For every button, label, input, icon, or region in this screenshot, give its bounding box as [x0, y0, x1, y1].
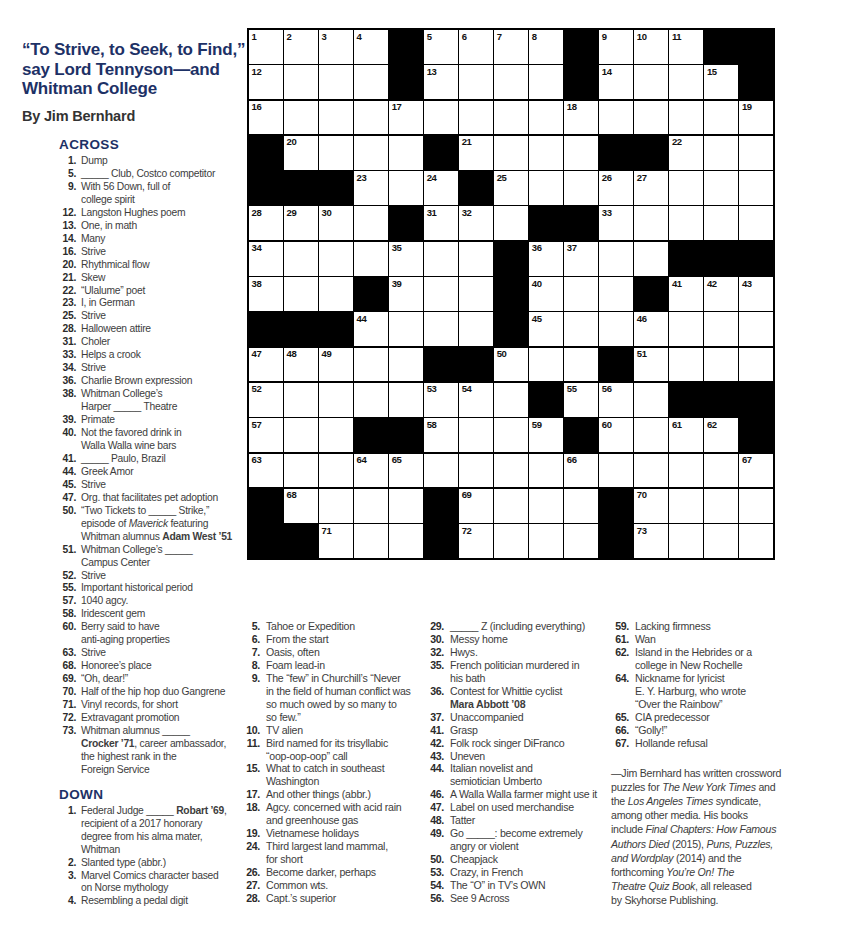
grid-cell[interactable]	[669, 206, 703, 240]
clue-text: Strive	[81, 570, 106, 583]
grid-cell[interactable]	[634, 206, 668, 240]
grid-cell[interactable]: 72	[459, 524, 493, 558]
grid-cell[interactable]: 61	[669, 418, 703, 452]
clue-number: 36.	[426, 685, 444, 698]
grid-cell[interactable]	[459, 312, 493, 346]
grid-cell[interactable]: 30	[319, 206, 353, 240]
clue-text: Rhythmical flow	[81, 259, 149, 272]
cell-number: 49	[322, 348, 332, 359]
clue-number: 63.	[59, 647, 76, 660]
clue-item: 20.Rhythmical flow	[59, 259, 261, 272]
clue-item: 57.1040 agcy.	[59, 595, 261, 608]
clue-number: 52.	[59, 570, 76, 583]
grid-cell[interactable]	[739, 206, 773, 240]
clue-item: 58.Iridescent gem	[59, 608, 261, 621]
grid-cell[interactable]: 55	[564, 383, 598, 417]
clue-text: Tatter	[450, 814, 475, 827]
cell-number: 35	[392, 242, 402, 253]
grid-cell[interactable]	[599, 101, 633, 135]
black-cell	[389, 65, 423, 99]
grid-cell[interactable]	[284, 65, 318, 99]
grid-cell[interactable]: 56	[599, 383, 633, 417]
black-cell	[529, 383, 563, 417]
cell-number: 2	[287, 31, 292, 42]
grid-cell[interactable]	[319, 418, 353, 452]
clue-text: Strive	[81, 647, 106, 660]
clue-number: 38.	[59, 388, 76, 401]
cell-number: 33	[602, 207, 612, 218]
grid-cell[interactable]	[669, 101, 703, 135]
cell-number: 31	[427, 207, 437, 218]
grid-cell[interactable]	[634, 242, 668, 276]
grid-cell[interactable]: 68	[284, 489, 318, 523]
clue-item: 47.Org. that facilitates pet adoption	[59, 492, 261, 505]
grid-cell[interactable]: 37	[564, 242, 598, 276]
clue-text: “Two Tickets to _____ Strike,” episode o…	[81, 505, 232, 544]
cell-number: 41	[672, 278, 682, 289]
black-cell	[389, 30, 423, 64]
clue-text: Vietnamese holidays	[266, 827, 359, 840]
grid-cell[interactable]: 8	[529, 30, 563, 64]
clue-item: 7.Oasis, often	[242, 646, 437, 659]
grid-cell[interactable]	[599, 454, 633, 488]
grid-cell[interactable]: 11	[669, 30, 703, 64]
cell-number: 67	[742, 454, 752, 465]
grid-cell[interactable]	[669, 312, 703, 346]
grid-cell[interactable]	[529, 171, 563, 205]
clue-text: Iridescent gem	[81, 608, 145, 621]
clue-item: 73.Whitman alumnus _____ Crocker ’71, ca…	[59, 725, 261, 777]
grid-cell[interactable]	[389, 171, 423, 205]
grid-cell[interactable]	[494, 65, 528, 99]
grid-cell[interactable]	[634, 101, 668, 135]
black-cell	[459, 171, 493, 205]
grid-cell[interactable]: 10	[634, 30, 668, 64]
grid-cell[interactable]	[564, 489, 598, 523]
clue-text: French politician murdered in his bath	[450, 659, 579, 685]
clue-item: 3.Marvel Comics character based on Norse…	[59, 870, 261, 896]
grid-cell[interactable]	[704, 136, 738, 170]
clue-item: 41.Grasp	[426, 724, 621, 737]
clue-item: 40.Not the favored drink in Walla Walla …	[59, 427, 261, 453]
grid-cell[interactable]	[704, 206, 738, 240]
grid-cell[interactable]	[494, 454, 528, 488]
grid-cell[interactable]	[284, 101, 318, 135]
clue-number: 35.	[426, 659, 444, 672]
clue-number: 44.	[59, 466, 76, 479]
grid-cell[interactable]: 33	[599, 206, 633, 240]
clue-item: 54.The “O” in TV’s OWN	[426, 879, 621, 892]
cell-number: 4	[357, 31, 362, 42]
grid-cell[interactable]	[669, 454, 703, 488]
grid-cell[interactable]	[634, 65, 668, 99]
clue-text: Hollande refusal	[635, 737, 708, 750]
grid-cell[interactable]: 15	[704, 65, 738, 99]
cell-number: 1	[252, 31, 257, 42]
grid-cell[interactable]	[354, 348, 388, 382]
grid-cell[interactable]: 58	[424, 418, 458, 452]
clue-number: 61.	[611, 633, 629, 646]
grid-cell[interactable]	[564, 348, 598, 382]
grid-cell[interactable]	[459, 418, 493, 452]
clue-text: The “few” in Churchill’s “Never in the f…	[266, 672, 411, 724]
grid-cell[interactable]: 16	[249, 101, 283, 135]
clue-text: Strive	[81, 362, 106, 375]
grid-cell[interactable]: 60	[599, 418, 633, 452]
grid-cell[interactable]: 17	[389, 101, 423, 135]
grid-cell[interactable]	[494, 101, 528, 135]
grid-cell[interactable]	[529, 136, 563, 170]
cell-number: 11	[672, 31, 681, 42]
clue-item: 52.Strive	[59, 570, 261, 583]
black-cell	[739, 418, 773, 452]
clue-text: Berry said to have anti-aging properties	[81, 621, 170, 647]
grid-cell[interactable]	[284, 418, 318, 452]
clue-text: “Ulalume” poet	[81, 285, 145, 298]
grid-cell[interactable]: 31	[424, 206, 458, 240]
grid-cell[interactable]: 23	[354, 171, 388, 205]
clue-item: 55.Important historical period	[59, 582, 261, 595]
grid-cell[interactable]: 4	[354, 30, 388, 64]
grid-cell[interactable]	[389, 383, 423, 417]
black-cell	[599, 524, 633, 558]
grid-cell[interactable]: 66	[564, 454, 598, 488]
clue-text: Strive	[81, 310, 106, 323]
black-cell	[284, 524, 318, 558]
grid-cell[interactable]	[319, 101, 353, 135]
clue-number: 37.	[426, 711, 444, 724]
clue-text: Wan	[635, 633, 656, 646]
clue-text: With 56 Down, full of college spirit	[81, 181, 170, 207]
grid-cell[interactable]	[319, 383, 353, 417]
cell-number: 15	[707, 66, 717, 77]
grid-cell[interactable]	[494, 418, 528, 452]
grid-cell[interactable]: 41	[669, 277, 703, 311]
grid-cell[interactable]	[669, 65, 703, 99]
clue-item: 31.Choler	[59, 336, 261, 349]
clue-item: 25.Strive	[59, 310, 261, 323]
clue-number: 43.	[426, 750, 444, 763]
clue-text: Important historical period	[81, 582, 193, 595]
clue-text: TV alien	[266, 724, 303, 737]
grid-cell[interactable]: 27	[634, 171, 668, 205]
clue-item: 69.“Oh, dear!”	[59, 673, 261, 686]
black-cell	[424, 136, 458, 170]
grid-cell[interactable]	[459, 101, 493, 135]
clue-text: _____ Z (including everything)	[450, 620, 585, 633]
cell-number: 45	[532, 313, 542, 324]
clue-number: 25.	[59, 310, 76, 323]
grid-cell[interactable]: 6	[459, 30, 493, 64]
grid-cell[interactable]	[354, 206, 388, 240]
grid-cell[interactable]	[389, 348, 423, 382]
grid-cell[interactable]	[284, 454, 318, 488]
down-header: DOWN	[59, 787, 261, 802]
across-header: ACROSS	[59, 137, 261, 152]
grid-cell[interactable]	[529, 454, 563, 488]
black-cell	[704, 242, 738, 276]
clue-number: 12.	[59, 207, 76, 220]
grid-cell[interactable]	[739, 489, 773, 523]
clue-text: Strive	[81, 479, 106, 492]
grid-cell[interactable]: 54	[459, 383, 493, 417]
clue-text: Third largest land mammal, for short	[266, 840, 388, 866]
grid-cell[interactable]: 25	[494, 171, 528, 205]
grid-cell[interactable]: 20	[284, 136, 318, 170]
grid-cell[interactable]	[704, 524, 738, 558]
grid-cell[interactable]: 51	[634, 348, 668, 382]
cell-number: 72	[462, 525, 472, 536]
grid-cell[interactable]	[494, 524, 528, 558]
grid-cell[interactable]: 44	[354, 312, 388, 346]
clue-item: 8.Foam lead-in	[242, 659, 437, 672]
across-clue-list: 1.Dump5._____ Club, Costco competitor9.W…	[59, 155, 261, 777]
grid-cell[interactable]	[599, 312, 633, 346]
grid-cell[interactable]	[424, 312, 458, 346]
cell-number: 14	[602, 66, 612, 77]
grid-cell[interactable]	[739, 524, 773, 558]
clue-item: 14.Many	[59, 233, 261, 246]
cell-number: 51	[637, 348, 647, 359]
clue-item: 1.Dump	[59, 155, 261, 168]
clue-number: 15.	[242, 762, 260, 775]
grid-cell[interactable]	[564, 136, 598, 170]
grid-cell[interactable]	[424, 454, 458, 488]
black-cell	[599, 136, 633, 170]
clue-item: 65.CIA predecessor	[611, 711, 846, 724]
grid-cell[interactable]	[634, 418, 668, 452]
grid-cell[interactable]	[704, 489, 738, 523]
grid-cell[interactable]	[424, 277, 458, 311]
grid-cell[interactable]	[459, 277, 493, 311]
grid-cell[interactable]	[354, 65, 388, 99]
clue-text: Federal Judge _____ Robart ’69, recipien…	[81, 805, 227, 857]
grid-cell[interactable]	[354, 383, 388, 417]
grid-cell[interactable]: 9	[599, 30, 633, 64]
grid-cell[interactable]: 19	[739, 101, 773, 135]
grid-cell[interactable]	[704, 454, 738, 488]
black-cell	[424, 489, 458, 523]
grid-cell[interactable]: 69	[459, 489, 493, 523]
grid-cell[interactable]	[494, 383, 528, 417]
grid-cell[interactable]	[459, 242, 493, 276]
cell-number: 44	[357, 313, 367, 324]
grid-cell[interactable]: 18	[564, 101, 598, 135]
grid-cell[interactable]: 13	[424, 65, 458, 99]
clue-item: 50.“Two Tickets to _____ Strike,” episod…	[59, 505, 261, 544]
grid-cell[interactable]	[494, 206, 528, 240]
grid-cell[interactable]: 65	[389, 454, 423, 488]
grid-cell[interactable]	[704, 312, 738, 346]
grid-cell[interactable]: 49	[319, 348, 353, 382]
clue-text: Crazy, in French	[450, 866, 523, 879]
clue-item: 35.French politician murdered in his bat…	[426, 659, 621, 685]
grid-cell[interactable]: 46	[634, 312, 668, 346]
grid-cell[interactable]	[319, 242, 353, 276]
grid-cell[interactable]	[319, 277, 353, 311]
clue-number: 17.	[242, 788, 260, 801]
grid-cell[interactable]	[704, 348, 738, 382]
grid-cell[interactable]	[669, 171, 703, 205]
grid-cell[interactable]	[739, 136, 773, 170]
grid-cell[interactable]	[704, 171, 738, 205]
grid-cell[interactable]: 71	[319, 524, 353, 558]
grid-cell[interactable]: 59	[529, 418, 563, 452]
grid-cell[interactable]: 12	[249, 65, 283, 99]
clue-text: Halloween attire	[81, 323, 151, 336]
grid-cell[interactable]: 29	[284, 206, 318, 240]
clue-item: 32.Hwys.	[426, 646, 621, 659]
clue-number: 53.	[426, 866, 444, 879]
grid-cell[interactable]: 32	[459, 206, 493, 240]
grid-cell[interactable]	[599, 242, 633, 276]
grid-cell[interactable]	[389, 489, 423, 523]
clue-item: 46.A Walla Walla farmer might use it	[426, 788, 621, 801]
grid-cell[interactable]: 73	[634, 524, 668, 558]
grid-cell[interactable]: 14	[599, 65, 633, 99]
grid-cell[interactable]: 1	[249, 30, 283, 64]
grid-cell[interactable]	[424, 101, 458, 135]
clue-number: 31.	[59, 336, 76, 349]
clue-item: 62.Island in the Hebrides or a college i…	[611, 646, 846, 672]
grid-cell[interactable]	[284, 242, 318, 276]
grid-cell[interactable]: 24	[424, 171, 458, 205]
grid-cell[interactable]	[669, 489, 703, 523]
clue-item: 9.The “few” in Churchill’s “Never in the…	[242, 672, 437, 724]
clue-number: 60.	[59, 621, 76, 634]
grid-cell[interactable]	[459, 454, 493, 488]
grid-cell[interactable]: 5	[424, 30, 458, 64]
grid-cell[interactable]	[389, 312, 423, 346]
grid-cell[interactable]	[529, 101, 563, 135]
grid-cell[interactable]	[529, 489, 563, 523]
clue-item: 48.Tatter	[426, 814, 621, 827]
text-segment: Federal Judge _____	[81, 805, 176, 816]
down-clue-list-col1: 1.Federal Judge _____ Robart ’69, recipi…	[59, 805, 261, 909]
grid-cell[interactable]	[354, 242, 388, 276]
cell-number: 39	[392, 278, 402, 289]
grid-cell[interactable]	[564, 277, 598, 311]
clue-text: Become darker, perhaps	[266, 866, 376, 879]
clue-item: 5.Tahoe or Expedition	[242, 620, 437, 633]
grid-cell[interactable]	[354, 101, 388, 135]
grid-cell[interactable]: 39	[389, 277, 423, 311]
grid-cell[interactable]	[529, 348, 563, 382]
grid-cell[interactable]: 64	[354, 454, 388, 488]
grid-cell[interactable]	[564, 312, 598, 346]
grid-cell[interactable]	[669, 348, 703, 382]
grid-cell[interactable]	[529, 65, 563, 99]
black-cell	[564, 418, 598, 452]
grid-cell[interactable]	[354, 524, 388, 558]
grid-cell[interactable]	[284, 277, 318, 311]
grid-cell[interactable]: 42	[704, 277, 738, 311]
clue-number: 47.	[426, 801, 444, 814]
clue-item: 28.Capt.’s superior	[242, 892, 437, 905]
grid-cell[interactable]: 7	[494, 30, 528, 64]
clue-item: 50.Cheapjack	[426, 853, 621, 866]
grid-cell[interactable]: 26	[599, 171, 633, 205]
cell-number: 23	[357, 172, 367, 183]
grid-cell[interactable]	[319, 136, 353, 170]
black-cell	[494, 277, 528, 311]
text-segment: Adam West ’51	[162, 531, 232, 542]
grid-cell[interactable]	[389, 524, 423, 558]
grid-cell[interactable]	[634, 454, 668, 488]
grid-cell[interactable]	[564, 171, 598, 205]
clue-item: 36.Charlie Brown expression	[59, 375, 261, 388]
black-cell	[319, 171, 353, 205]
cell-number: 20	[287, 136, 297, 147]
grid-cell[interactable]	[424, 242, 458, 276]
clue-item: 51.Whitman College’s _____ Campus Center	[59, 544, 261, 570]
grid-cell[interactable]	[494, 136, 528, 170]
grid-cell[interactable]	[389, 136, 423, 170]
grid-cell[interactable]	[634, 383, 668, 417]
grid-cell[interactable]	[319, 65, 353, 99]
grid-cell[interactable]: 70	[634, 489, 668, 523]
black-cell	[564, 30, 598, 64]
grid-cell[interactable]: 62	[704, 418, 738, 452]
grid-cell[interactable]: 43	[739, 277, 773, 311]
grid-cell[interactable]	[284, 383, 318, 417]
grid-cell[interactable]: 40	[529, 277, 563, 311]
clue-number: 59.	[611, 620, 629, 633]
cell-number: 43	[742, 278, 752, 289]
grid-cell[interactable]: 21	[459, 136, 493, 170]
grid-cell[interactable]: 36	[529, 242, 563, 276]
clue-item: 16.Strive	[59, 246, 261, 259]
clue-text: CIA predecessor	[635, 711, 710, 724]
grid-cell[interactable]	[564, 524, 598, 558]
grid-cell[interactable]: 2	[284, 30, 318, 64]
grid-cell[interactable]	[354, 136, 388, 170]
clue-number: 5.	[242, 620, 260, 633]
grid-cell[interactable]: 67	[739, 454, 773, 488]
grid-cell[interactable]: 22	[669, 136, 703, 170]
clue-item: 41._____ Paulo, Brazil	[59, 453, 261, 466]
grid-cell[interactable]	[459, 65, 493, 99]
clue-text: Unaccompanied	[450, 711, 523, 724]
grid-cell[interactable]	[704, 101, 738, 135]
cell-number: 7	[497, 31, 502, 42]
grid-cell[interactable]	[599, 277, 633, 311]
grid-cell[interactable]: 35	[389, 242, 423, 276]
cell-number: 68	[287, 489, 297, 500]
clue-number: 11.	[242, 737, 260, 750]
grid-cell[interactable]	[529, 524, 563, 558]
clue-text: Uneven	[450, 750, 485, 763]
black-cell	[494, 242, 528, 276]
grid-cell[interactable]	[739, 348, 773, 382]
clue-number: 18.	[242, 801, 260, 814]
grid-cell[interactable]	[319, 489, 353, 523]
grid-cell[interactable]	[739, 312, 773, 346]
grid-cell[interactable]	[494, 489, 528, 523]
grid-cell[interactable]	[669, 524, 703, 558]
clue-item: 26.Become darker, perhaps	[242, 866, 437, 879]
grid-cell[interactable]	[739, 171, 773, 205]
text-segment: (2015),	[669, 838, 706, 850]
cell-number: 18	[567, 101, 577, 112]
grid-cell[interactable]: 45	[529, 312, 563, 346]
grid-cell[interactable]: 50	[494, 348, 528, 382]
grid-cell[interactable]: 53	[424, 383, 458, 417]
grid-cell[interactable]	[354, 489, 388, 523]
grid-cell[interactable]: 3	[319, 30, 353, 64]
grid-cell[interactable]	[319, 454, 353, 488]
grid-cell[interactable]: 48	[284, 348, 318, 382]
